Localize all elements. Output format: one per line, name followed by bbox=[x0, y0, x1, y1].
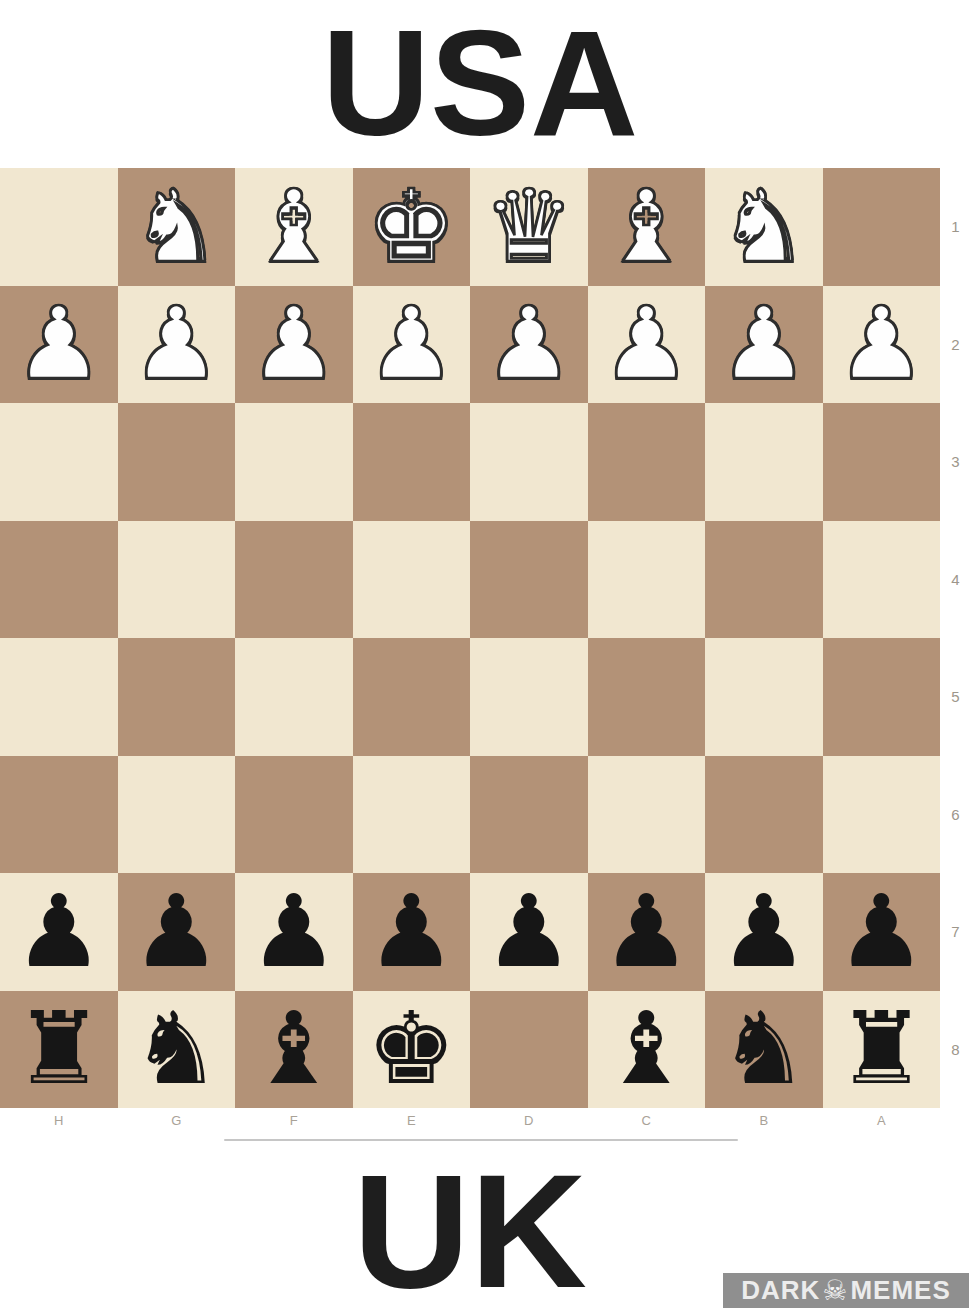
square-g8: ♞ bbox=[118, 991, 236, 1109]
file-label-a: A bbox=[823, 1106, 941, 1134]
square-f7: ♟ bbox=[235, 873, 353, 991]
white-bishop-c1: ♝ bbox=[601, 177, 691, 277]
chessboard: ♞♝♚♛♝♞♟♟♟♟♟♟♟♟♟♟♟♟♟♟♟♟♜♞♝♚♝♞♜ bbox=[0, 168, 940, 1108]
square-d6 bbox=[470, 756, 588, 874]
square-c8: ♝ bbox=[588, 991, 706, 1109]
white-queen-d1: ♛ bbox=[484, 177, 574, 277]
white-pawn-a2: ♟ bbox=[836, 294, 926, 394]
square-e6 bbox=[353, 756, 471, 874]
black-pawn-e7: ♟ bbox=[366, 882, 456, 982]
black-pawn-b7: ♟ bbox=[719, 882, 809, 982]
square-d8 bbox=[470, 991, 588, 1109]
square-a2: ♟ bbox=[823, 286, 941, 404]
square-c5 bbox=[588, 638, 706, 756]
square-d4 bbox=[470, 521, 588, 639]
watermark-text-dark: DARK bbox=[741, 1275, 820, 1306]
square-g6 bbox=[118, 756, 236, 874]
square-b2: ♟ bbox=[705, 286, 823, 404]
square-a1 bbox=[823, 168, 941, 286]
square-d1: ♛ bbox=[470, 168, 588, 286]
square-e3 bbox=[353, 403, 471, 521]
square-f1: ♝ bbox=[235, 168, 353, 286]
rank-label-7: 7 bbox=[940, 873, 971, 991]
rank-label-2: 2 bbox=[940, 286, 971, 404]
black-bishop-c8: ♝ bbox=[601, 999, 691, 1099]
white-knight-g1: ♞ bbox=[131, 177, 221, 277]
black-knight-b8: ♞ bbox=[719, 999, 809, 1099]
meme-page: USA ♞♝♚♛♝♞♟♟♟♟♟♟♟♟♟♟♟♟♟♟♟♟♜♞♝♚♝♞♜ 123456… bbox=[0, 0, 971, 1314]
rank-label-1: 1 bbox=[940, 168, 971, 286]
black-rook-a8: ♜ bbox=[836, 999, 926, 1099]
file-label-b: B bbox=[705, 1106, 823, 1134]
file-label-h: H bbox=[0, 1106, 118, 1134]
white-pawn-g2: ♟ bbox=[131, 294, 221, 394]
square-f3 bbox=[235, 403, 353, 521]
square-g5 bbox=[118, 638, 236, 756]
black-pawn-h7: ♟ bbox=[14, 882, 104, 982]
white-bishop-f1: ♝ bbox=[249, 177, 339, 277]
rank-label-5: 5 bbox=[940, 638, 971, 756]
square-h3 bbox=[0, 403, 118, 521]
black-pawn-d7: ♟ bbox=[484, 882, 574, 982]
square-g4 bbox=[118, 521, 236, 639]
square-c2: ♟ bbox=[588, 286, 706, 404]
square-h1 bbox=[0, 168, 118, 286]
file-label-g: G bbox=[118, 1106, 236, 1134]
file-label-f: F bbox=[235, 1106, 353, 1134]
square-b7: ♟ bbox=[705, 873, 823, 991]
square-b1: ♞ bbox=[705, 168, 823, 286]
square-b5 bbox=[705, 638, 823, 756]
square-b8: ♞ bbox=[705, 991, 823, 1109]
rank-label-6: 6 bbox=[940, 756, 971, 874]
watermark: DARK ☠ MEMES bbox=[723, 1273, 969, 1308]
rank-label-3: 3 bbox=[940, 403, 971, 521]
square-a5 bbox=[823, 638, 941, 756]
square-c3 bbox=[588, 403, 706, 521]
square-g7: ♟ bbox=[118, 873, 236, 991]
square-h2: ♟ bbox=[0, 286, 118, 404]
skull-icon: ☠ bbox=[822, 1277, 848, 1305]
square-h8: ♜ bbox=[0, 991, 118, 1109]
square-a7: ♟ bbox=[823, 873, 941, 991]
square-f8: ♝ bbox=[235, 991, 353, 1109]
black-rook-h8: ♜ bbox=[14, 999, 104, 1099]
rank-label-4: 4 bbox=[940, 521, 971, 639]
square-e8: ♚ bbox=[353, 991, 471, 1109]
square-e7: ♟ bbox=[353, 873, 471, 991]
square-b3 bbox=[705, 403, 823, 521]
square-h5 bbox=[0, 638, 118, 756]
rank-labels: 12345678 bbox=[940, 168, 971, 1108]
white-pawn-c2: ♟ bbox=[601, 294, 691, 394]
file-label-d: D bbox=[470, 1106, 588, 1134]
square-c6 bbox=[588, 756, 706, 874]
square-c4 bbox=[588, 521, 706, 639]
square-b4 bbox=[705, 521, 823, 639]
watermark-text-memes: MEMES bbox=[850, 1275, 950, 1306]
square-e2: ♟ bbox=[353, 286, 471, 404]
black-pawn-g7: ♟ bbox=[131, 882, 221, 982]
white-pawn-b2: ♟ bbox=[719, 294, 809, 394]
square-f5 bbox=[235, 638, 353, 756]
square-h4 bbox=[0, 521, 118, 639]
white-pawn-h2: ♟ bbox=[14, 294, 104, 394]
black-pawn-c7: ♟ bbox=[601, 882, 691, 982]
square-d5 bbox=[470, 638, 588, 756]
white-pawn-e2: ♟ bbox=[366, 294, 456, 394]
white-king-e1: ♚ bbox=[366, 177, 456, 277]
square-f6 bbox=[235, 756, 353, 874]
white-knight-b1: ♞ bbox=[719, 177, 809, 277]
square-a8: ♜ bbox=[823, 991, 941, 1109]
square-c1: ♝ bbox=[588, 168, 706, 286]
black-pawn-f7: ♟ bbox=[249, 882, 339, 982]
black-king-e8: ♚ bbox=[366, 999, 456, 1099]
black-bishop-f8: ♝ bbox=[249, 999, 339, 1099]
square-a6 bbox=[823, 756, 941, 874]
square-c7: ♟ bbox=[588, 873, 706, 991]
square-e5 bbox=[353, 638, 471, 756]
rank-label-8: 8 bbox=[940, 991, 971, 1109]
black-pawn-a7: ♟ bbox=[836, 882, 926, 982]
square-b6 bbox=[705, 756, 823, 874]
square-d7: ♟ bbox=[470, 873, 588, 991]
square-d2: ♟ bbox=[470, 286, 588, 404]
file-label-e: E bbox=[353, 1106, 471, 1134]
meme-title-top: USA bbox=[0, 0, 960, 166]
square-g2: ♟ bbox=[118, 286, 236, 404]
file-label-c: C bbox=[588, 1106, 706, 1134]
square-a4 bbox=[823, 521, 941, 639]
square-e4 bbox=[353, 521, 471, 639]
square-f4 bbox=[235, 521, 353, 639]
square-e1: ♚ bbox=[353, 168, 471, 286]
square-d3 bbox=[470, 403, 588, 521]
square-g3 bbox=[118, 403, 236, 521]
square-h6 bbox=[0, 756, 118, 874]
square-f2: ♟ bbox=[235, 286, 353, 404]
square-g1: ♞ bbox=[118, 168, 236, 286]
square-h7: ♟ bbox=[0, 873, 118, 991]
square-a3 bbox=[823, 403, 941, 521]
white-pawn-d2: ♟ bbox=[484, 294, 574, 394]
file-labels: HGFEDCBA bbox=[0, 1106, 940, 1134]
white-pawn-f2: ♟ bbox=[249, 294, 339, 394]
black-knight-g8: ♞ bbox=[131, 999, 221, 1099]
